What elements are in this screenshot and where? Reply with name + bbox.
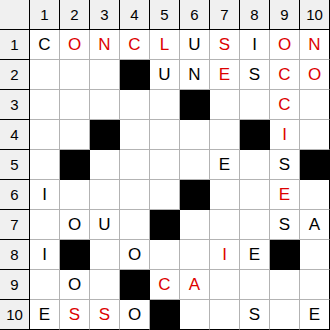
cell-r4c10[interactable] bbox=[300, 120, 330, 150]
row-header-7: 7 bbox=[0, 210, 30, 240]
cell-r5c1[interactable] bbox=[30, 150, 60, 180]
cell-r2c5[interactable]: U bbox=[150, 60, 180, 90]
block-cell-r3c6 bbox=[180, 90, 210, 120]
block-cell-r2c4 bbox=[120, 60, 150, 90]
cell-r3c2[interactable] bbox=[60, 90, 90, 120]
cell-r9c8[interactable] bbox=[240, 270, 270, 300]
row-header-1: 1 bbox=[0, 30, 30, 60]
cell-r4c9[interactable]: I bbox=[270, 120, 300, 150]
row-header-10: 10 bbox=[0, 300, 30, 330]
cell-r8c7[interactable]: I bbox=[210, 240, 240, 270]
block-cell-r10c5 bbox=[150, 300, 180, 330]
cell-r7c7[interactable] bbox=[210, 210, 240, 240]
row-header-5: 5 bbox=[0, 150, 30, 180]
cell-r7c8[interactable] bbox=[240, 210, 270, 240]
cell-r5c4[interactable] bbox=[120, 150, 150, 180]
cell-r6c7[interactable] bbox=[210, 180, 240, 210]
block-cell-r4c3 bbox=[90, 120, 120, 150]
cell-r1c3[interactable]: N bbox=[90, 30, 120, 60]
cell-r4c2[interactable] bbox=[60, 120, 90, 150]
row-header-6: 6 bbox=[0, 180, 30, 210]
cell-r9c9[interactable] bbox=[270, 270, 300, 300]
row-header-2: 2 bbox=[0, 60, 30, 90]
cell-r6c3[interactable] bbox=[90, 180, 120, 210]
row-header-3: 3 bbox=[0, 90, 30, 120]
cell-r6c8[interactable] bbox=[240, 180, 270, 210]
column-header-4: 4 bbox=[120, 0, 150, 30]
cell-r2c2[interactable] bbox=[60, 60, 90, 90]
cell-r9c5[interactable]: C bbox=[150, 270, 180, 300]
cell-r5c5[interactable] bbox=[150, 150, 180, 180]
cell-r1c4[interactable]: C bbox=[120, 30, 150, 60]
cell-r1c5[interactable]: L bbox=[150, 30, 180, 60]
cell-r5c6[interactable] bbox=[180, 150, 210, 180]
cell-r1c8[interactable]: I bbox=[240, 30, 270, 60]
cell-r10c3[interactable]: S bbox=[90, 300, 120, 330]
block-cell-r8c9 bbox=[270, 240, 300, 270]
cell-r9c10[interactable] bbox=[300, 270, 330, 300]
cell-r6c4[interactable] bbox=[120, 180, 150, 210]
cell-r1c9[interactable]: O bbox=[270, 30, 300, 60]
block-cell-r5c2 bbox=[60, 150, 90, 180]
cell-r6c1[interactable]: I bbox=[30, 180, 60, 210]
cell-r9c2[interactable]: O bbox=[60, 270, 90, 300]
cell-r2c8[interactable]: S bbox=[240, 60, 270, 90]
cell-r3c5[interactable] bbox=[150, 90, 180, 120]
cell-r8c6[interactable] bbox=[180, 240, 210, 270]
cell-r9c6[interactable]: A bbox=[180, 270, 210, 300]
cell-r8c8[interactable]: E bbox=[240, 240, 270, 270]
cell-r8c1[interactable]: I bbox=[30, 240, 60, 270]
cell-r4c4[interactable] bbox=[120, 120, 150, 150]
cell-r5c9[interactable]: S bbox=[270, 150, 300, 180]
cell-r6c9[interactable]: E bbox=[270, 180, 300, 210]
cell-r8c5[interactable] bbox=[150, 240, 180, 270]
cell-r7c3[interactable]: U bbox=[90, 210, 120, 240]
column-header-9: 9 bbox=[270, 0, 300, 30]
cell-r3c1[interactable] bbox=[30, 90, 60, 120]
cell-r5c8[interactable] bbox=[240, 150, 270, 180]
cell-r3c3[interactable] bbox=[90, 90, 120, 120]
cell-r5c7[interactable]: E bbox=[210, 150, 240, 180]
cell-r1c2[interactable]: O bbox=[60, 30, 90, 60]
cell-r2c7[interactable]: E bbox=[210, 60, 240, 90]
block-cell-r7c5 bbox=[150, 210, 180, 240]
cell-r4c7[interactable] bbox=[210, 120, 240, 150]
cell-r8c3[interactable] bbox=[90, 240, 120, 270]
column-header-7: 7 bbox=[210, 0, 240, 30]
cell-r7c6[interactable] bbox=[180, 210, 210, 240]
cell-r10c7[interactable] bbox=[210, 300, 240, 330]
block-cell-r8c2 bbox=[60, 240, 90, 270]
cell-r4c6[interactable] bbox=[180, 120, 210, 150]
cell-r4c5[interactable] bbox=[150, 120, 180, 150]
cell-r10c10[interactable]: E bbox=[300, 300, 330, 330]
cell-r6c10[interactable] bbox=[300, 180, 330, 210]
cell-r8c10[interactable] bbox=[300, 240, 330, 270]
crossword-board: 123456789101CONCLUSION2UNESCO3C4I5ES6IE7… bbox=[0, 0, 330, 330]
column-header-10: 10 bbox=[300, 0, 330, 30]
cell-r4c1[interactable] bbox=[30, 120, 60, 150]
block-cell-r5c10 bbox=[300, 150, 330, 180]
cell-r3c8[interactable] bbox=[240, 90, 270, 120]
column-header-5: 5 bbox=[150, 0, 180, 30]
cell-r2c6[interactable]: N bbox=[180, 60, 210, 90]
cell-r10c1[interactable]: E bbox=[30, 300, 60, 330]
cell-r7c2[interactable]: O bbox=[60, 210, 90, 240]
cell-r7c9[interactable]: S bbox=[270, 210, 300, 240]
column-header-1: 1 bbox=[30, 0, 60, 30]
cell-r1c10[interactable]: N bbox=[300, 30, 330, 60]
cell-r2c10[interactable]: O bbox=[300, 60, 330, 90]
cell-r7c10[interactable]: A bbox=[300, 210, 330, 240]
cell-r3c10[interactable] bbox=[300, 90, 330, 120]
cell-r9c3[interactable] bbox=[90, 270, 120, 300]
row-header-9: 9 bbox=[0, 270, 30, 300]
cell-r9c7[interactable] bbox=[210, 270, 240, 300]
cell-r8c4[interactable]: O bbox=[120, 240, 150, 270]
cell-r10c8[interactable]: S bbox=[240, 300, 270, 330]
cell-r5c3[interactable] bbox=[90, 150, 120, 180]
row-header-8: 8 bbox=[0, 240, 30, 270]
cell-r10c2[interactable]: S bbox=[60, 300, 90, 330]
cell-r3c9[interactable]: C bbox=[270, 90, 300, 120]
cell-r6c2[interactable] bbox=[60, 180, 90, 210]
column-header-8: 8 bbox=[240, 0, 270, 30]
column-header-3: 3 bbox=[90, 0, 120, 30]
block-cell-r9c4 bbox=[120, 270, 150, 300]
cell-r2c9[interactable]: C bbox=[270, 60, 300, 90]
cell-r7c4[interactable] bbox=[120, 210, 150, 240]
cell-r1c6[interactable]: U bbox=[180, 30, 210, 60]
cell-r9c1[interactable] bbox=[30, 270, 60, 300]
column-header-6: 6 bbox=[180, 0, 210, 30]
block-cell-r6c6 bbox=[180, 180, 210, 210]
cell-r1c7[interactable]: S bbox=[210, 30, 240, 60]
cell-r6c5[interactable] bbox=[150, 180, 180, 210]
cell-r2c1[interactable] bbox=[30, 60, 60, 90]
block-cell-r4c8 bbox=[240, 120, 270, 150]
cell-r10c9[interactable] bbox=[270, 300, 300, 330]
cell-r10c6[interactable] bbox=[180, 300, 210, 330]
row-header-4: 4 bbox=[0, 120, 30, 150]
corner-cell bbox=[0, 0, 30, 30]
cell-r10c4[interactable]: O bbox=[120, 300, 150, 330]
cell-r3c4[interactable] bbox=[120, 90, 150, 120]
cell-r3c7[interactable] bbox=[210, 90, 240, 120]
column-header-2: 2 bbox=[60, 0, 90, 30]
cell-r2c3[interactable] bbox=[90, 60, 120, 90]
cell-r1c1[interactable]: C bbox=[30, 30, 60, 60]
cell-r7c1[interactable] bbox=[30, 210, 60, 240]
